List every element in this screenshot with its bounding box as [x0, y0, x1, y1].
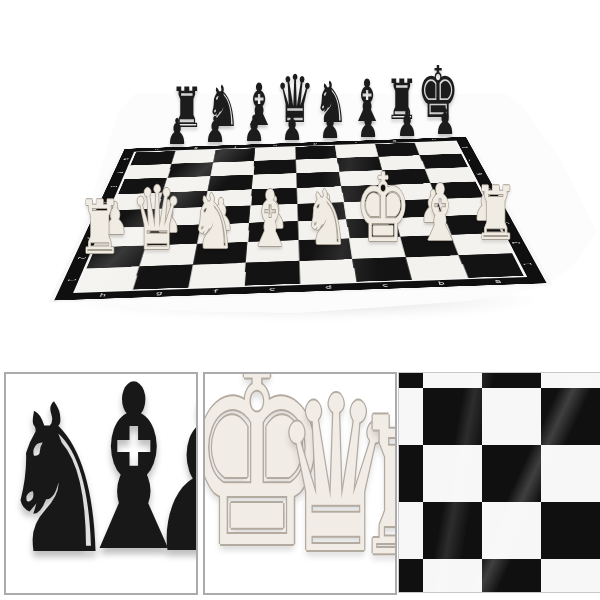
- chess-board: hgfedcba hgfedcba 12345678 12345678: [48, 136, 553, 303]
- thumbnail-black-pieces[interactable]: ♞♝♟: [4, 372, 198, 595]
- product-image: hgfedcba hgfedcba 12345678 12345678 ♜♞♝♛…: [0, 0, 600, 600]
- board-coordinate-band: hgfedcba hgfedcba 12345678 12345678: [54, 137, 546, 301]
- board-white-margin: hgfedcba hgfedcba 12345678 12345678: [48, 136, 553, 303]
- thumbnail-white-pieces[interactable]: ♚♛♜: [203, 372, 397, 595]
- vinyl-gloss: [77, 141, 524, 291]
- closeup-black-pawn-partial: ♟: [146, 372, 198, 583]
- closeup-white-rook-partial: ♜: [352, 393, 397, 583]
- main-photo: hgfedcba hgfedcba 12345678 12345678 ♜♞♝♛…: [0, 0, 600, 368]
- thumbnail-board-pattern[interactable]: [398, 372, 600, 593]
- board-squares: [73, 141, 527, 293]
